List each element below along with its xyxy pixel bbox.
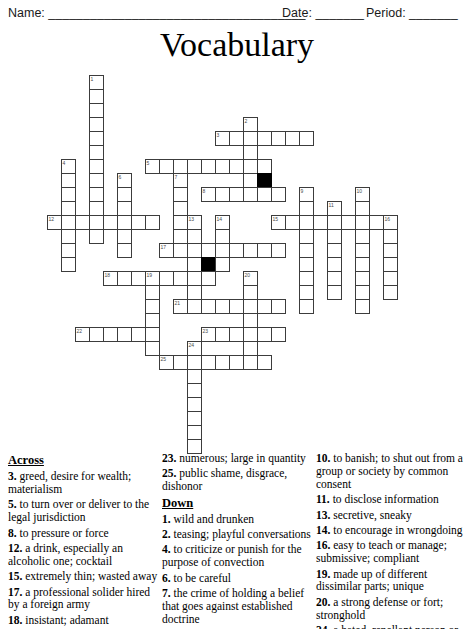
clue-number-label: 16. (316, 539, 330, 551)
grid-cell[interactable] (299, 187, 314, 202)
grid-cell[interactable] (299, 131, 314, 146)
grid-cell[interactable] (201, 327, 216, 342)
grid-cell[interactable] (173, 243, 188, 258)
grid-cell[interactable] (299, 299, 314, 314)
grid-cell[interactable] (187, 411, 202, 426)
clue-5-across: 5. to turn over or deliver to the legal … (8, 498, 158, 524)
clue-number-label: 4. (162, 543, 171, 555)
grid-cell[interactable] (187, 215, 202, 230)
grid-cell[interactable] (159, 159, 174, 174)
grid-cell[interactable] (215, 243, 230, 258)
grid-cell[interactable] (145, 285, 160, 300)
grid-cell[interactable] (89, 201, 104, 216)
grid-cell[interactable] (187, 369, 202, 384)
grid-cell[interactable] (243, 313, 258, 328)
black-cell (257, 173, 272, 188)
clue-14-down: 14. to encourage in wrongdoing (316, 524, 466, 537)
grid-cell[interactable] (159, 355, 174, 370)
page-title: Vocabulary (0, 26, 474, 64)
grid-cell[interactable] (229, 131, 244, 146)
clue-number-label: 13. (316, 509, 330, 521)
grid-cell[interactable] (173, 215, 188, 230)
clue-number-label: 11. (316, 493, 330, 505)
grid-cell[interactable] (243, 131, 258, 146)
clue-number-label: 12. (8, 542, 22, 554)
grid-cell[interactable] (257, 355, 272, 370)
grid-cell[interactable] (215, 327, 230, 342)
grid-cell[interactable] (299, 201, 314, 216)
grid-cell[interactable] (271, 215, 286, 230)
clue-number-label: 14. (316, 524, 330, 536)
clue-number-label: 3. (8, 470, 17, 482)
grid-cell[interactable] (201, 159, 216, 174)
grid-cell[interactable] (355, 215, 370, 230)
grid-cell[interactable] (187, 285, 202, 300)
grid-cell[interactable] (89, 89, 104, 104)
grid-cell[interactable] (215, 299, 230, 314)
grid-cell[interactable] (355, 257, 370, 272)
grid-cell[interactable] (327, 229, 342, 244)
grid-cell[interactable] (243, 117, 258, 132)
grid-cell[interactable] (341, 215, 356, 230)
clue-16-down: 16. easy to teach or manage; submissive;… (316, 539, 466, 565)
clue-6-down: 6. to be careful (162, 572, 312, 585)
grid-cell[interactable] (173, 271, 188, 286)
grid-cell[interactable] (173, 299, 188, 314)
grid-cell[interactable] (383, 285, 398, 300)
clue-number-label: 23. (162, 452, 176, 464)
grid-cell[interactable] (215, 257, 230, 272)
grid-cell[interactable] (131, 271, 146, 286)
across-header: Across (8, 453, 158, 468)
grid-cell[interactable] (229, 299, 244, 314)
clue-3-across: 3. greed, desire for wealth; materialism (8, 470, 158, 496)
grid-cell[interactable] (61, 257, 76, 272)
grid-cell[interactable] (243, 271, 258, 286)
grid-cell[interactable] (299, 257, 314, 272)
grid-cell[interactable] (89, 173, 104, 188)
worksheet-page: Name: __________________________________… (0, 0, 474, 629)
grid-cell[interactable] (201, 271, 216, 286)
grid-cell[interactable] (229, 243, 244, 258)
grid-cell[interactable] (117, 327, 132, 342)
grid-cell[interactable] (355, 271, 370, 286)
grid-cell[interactable] (89, 215, 104, 230)
grid-cell[interactable] (61, 159, 76, 174)
grid-cell[interactable] (173, 173, 188, 188)
name-label: Name: (8, 6, 45, 20)
grid-cell[interactable] (61, 243, 76, 258)
grid-cell[interactable] (243, 299, 258, 314)
grid-cell[interactable] (103, 215, 118, 230)
grid-cell[interactable] (187, 355, 202, 370)
down-header: Down (162, 496, 312, 511)
grid-cell[interactable] (327, 271, 342, 286)
clue-24-down: 24. a hated, repellant person or thing (316, 624, 466, 629)
grid-cell[interactable] (145, 313, 160, 328)
grid-cell[interactable] (103, 327, 118, 342)
grid-cell[interactable] (243, 243, 258, 258)
clue-15-across: 15. extremely thin; wasted away (8, 570, 158, 583)
clue-10-down: 10. to banish; to shut out from a group … (316, 452, 466, 491)
grid-cell[interactable] (47, 215, 62, 230)
grid-cell[interactable] (355, 243, 370, 258)
clue-number-label: 25. (162, 467, 176, 479)
clue-number-label: 20. (316, 596, 330, 608)
grid-cell[interactable] (131, 327, 146, 342)
clue-12-across: 12. a drink, especially an alcoholic one… (8, 542, 158, 568)
clue-number-label: 15. (8, 570, 22, 582)
worksheet-header: Name: __________________________________… (0, 6, 474, 24)
grid-cell[interactable] (89, 327, 104, 342)
grid-cell[interactable] (299, 229, 314, 244)
grid-cell[interactable] (327, 285, 342, 300)
grid-cell[interactable] (159, 243, 174, 258)
clue-number-label: 17. (8, 586, 22, 598)
grid-cell[interactable] (103, 271, 118, 286)
grid-cell[interactable] (117, 187, 132, 202)
grid-cell[interactable] (201, 243, 216, 258)
clue-number-label: 7. (162, 587, 171, 599)
clue-25-across: 25. public shame, disgrace, dishonor (162, 467, 312, 493)
grid-cell[interactable] (173, 355, 188, 370)
grid-cell[interactable] (243, 341, 258, 356)
grid-cell[interactable] (243, 159, 258, 174)
grid-cell[interactable] (117, 215, 132, 230)
clue-number-label: 24. (316, 624, 330, 629)
grid-cell[interactable] (89, 229, 104, 244)
grid-cell[interactable] (355, 201, 370, 216)
grid-cell[interactable] (327, 201, 342, 216)
grid-cell[interactable] (75, 327, 90, 342)
grid-cell[interactable] (187, 243, 202, 258)
clue-19-down: 19. made up of different dissimilar part… (316, 568, 466, 594)
grid-cell[interactable] (117, 243, 132, 258)
grid-cell[interactable] (229, 159, 244, 174)
grid-cell[interactable] (173, 187, 188, 202)
crossword-grid: 1234567891011121314151617181920212223242… (47, 75, 399, 455)
grid-cell[interactable] (243, 355, 258, 370)
grid-cell[interactable] (61, 215, 76, 230)
grid-cell[interactable] (229, 187, 244, 202)
grid-cell[interactable] (243, 173, 258, 188)
grid-cell[interactable] (145, 271, 160, 286)
grid-cell[interactable] (145, 299, 160, 314)
clues-column-1: Across3. greed, desire for wealth; mater… (8, 452, 158, 629)
grid-cell[interactable] (299, 285, 314, 300)
grid-cell[interactable] (61, 187, 76, 202)
grid-cell[interactable] (313, 215, 328, 230)
grid-cell[interactable] (89, 159, 104, 174)
grid-cell[interactable] (285, 215, 300, 230)
grid-cell[interactable] (61, 201, 76, 216)
grid-cell[interactable] (243, 285, 258, 300)
grid-cell[interactable] (327, 257, 342, 272)
date-label: Date: (282, 6, 312, 20)
grid-cell[interactable] (117, 229, 132, 244)
grid-cell[interactable] (215, 215, 230, 230)
grid-cell[interactable] (299, 271, 314, 286)
period-label: Period: (366, 6, 406, 20)
grid-cell[interactable] (173, 229, 188, 244)
grid-cell[interactable] (187, 425, 202, 440)
grid-cell[interactable] (257, 159, 272, 174)
grid-cell[interactable] (61, 173, 76, 188)
grid-cell[interactable] (383, 243, 398, 258)
grid-cell[interactable] (201, 187, 216, 202)
grid-cell[interactable] (145, 327, 160, 342)
grid-cell[interactable] (299, 215, 314, 230)
grid-cell[interactable] (383, 215, 398, 230)
grid-cell[interactable] (187, 341, 202, 356)
grid-cell[interactable] (131, 215, 146, 230)
grid-cell[interactable] (89, 131, 104, 146)
grid-cell[interactable] (355, 285, 370, 300)
grid-cell[interactable] (89, 75, 104, 90)
date-field: Date: _______ (282, 6, 364, 20)
grid-cell[interactable] (117, 173, 132, 188)
grid-cell[interactable] (355, 187, 370, 202)
clue-2-down: 2. teasing; playful conversations (162, 528, 312, 541)
clue-number-label: 8. (8, 527, 17, 539)
black-cell (201, 257, 216, 272)
grid-cell[interactable] (257, 327, 272, 342)
grid-cell[interactable] (215, 159, 230, 174)
grid-cell[interactable] (243, 187, 258, 202)
grid-cell[interactable] (145, 215, 160, 230)
grid-cell[interactable] (187, 257, 202, 272)
grid-cell[interactable] (257, 299, 272, 314)
clue-7-down: 7. the crime of holding a belief that go… (162, 587, 312, 626)
grid-cell[interactable] (285, 131, 300, 146)
clue-20-down: 20. a strong defense or fort; stronghold (316, 596, 466, 622)
grid-cell[interactable] (61, 229, 76, 244)
grid-cell[interactable] (215, 187, 230, 202)
grid-cell[interactable] (215, 229, 230, 244)
grid-cell[interactable] (187, 299, 202, 314)
grid-cell[interactable] (173, 159, 188, 174)
clue-23-across: 23. numerous; large in quantity (162, 452, 312, 465)
grid-cell[interactable] (327, 215, 342, 230)
clues-column-3: 10. to banish; to shut out from a group … (316, 452, 466, 629)
grid-cell[interactable] (327, 243, 342, 258)
name-field: Name: __________________________________… (8, 6, 306, 20)
clue-number-label: 6. (162, 572, 171, 584)
clue-4-down: 4. to criticize or punish for the purpos… (162, 543, 312, 569)
grid-cell[interactable] (89, 187, 104, 202)
grid-cell[interactable] (215, 131, 230, 146)
grid-cell[interactable] (257, 243, 272, 258)
grid-cell[interactable] (271, 187, 286, 202)
grid-cell[interactable] (243, 145, 258, 160)
grid-cell[interactable] (145, 159, 160, 174)
grid-cell[interactable] (117, 201, 132, 216)
clue-8-across: 8. to pressure or force (8, 527, 158, 540)
grid-cell[interactable] (271, 131, 286, 146)
grid-cell[interactable] (257, 187, 272, 202)
grid-cell[interactable] (383, 257, 398, 272)
clue-number-label: 2. (162, 528, 171, 540)
grid-cell[interactable] (187, 397, 202, 412)
clue-number-label: 19. (316, 568, 330, 580)
grid-cell[interactable] (299, 243, 314, 258)
grid-cell[interactable] (201, 299, 216, 314)
grid-cell[interactable] (383, 271, 398, 286)
grid-cell[interactable] (383, 229, 398, 244)
grid-cell[interactable] (89, 103, 104, 118)
grid-cell[interactable] (243, 327, 258, 342)
grid-cell[interactable] (215, 355, 230, 370)
grid-cell[interactable] (117, 271, 132, 286)
clue-number-label: 1. (162, 513, 171, 525)
clue-lists: Across3. greed, desire for wealth; mater… (8, 452, 470, 629)
grid-cell[interactable] (159, 271, 174, 286)
clue-number-label: 5. (8, 498, 17, 510)
clue-11-down: 11. to disclose information (316, 493, 466, 506)
clue-13-down: 13. secretive, sneaky (316, 509, 466, 522)
grid-cell[interactable] (89, 145, 104, 160)
date-blank-line[interactable]: _______ (315, 6, 364, 20)
name-blank-line[interactable]: _____________________________________ (48, 6, 305, 20)
grid-cell[interactable] (187, 383, 202, 398)
clue-17-across: 17. a professional solider hired by a fo… (8, 586, 158, 612)
grid-cell[interactable] (187, 271, 202, 286)
grid-cell[interactable] (187, 159, 202, 174)
clue-number-label: 10. (316, 452, 330, 464)
grid-cell[interactable] (257, 131, 272, 146)
grid-cell[interactable] (89, 117, 104, 132)
clue-number-label: 18. (8, 614, 22, 626)
grid-cell[interactable] (355, 229, 370, 244)
grid-cell[interactable] (187, 229, 202, 244)
grid-cell[interactable] (201, 355, 216, 370)
grid-cell[interactable] (75, 215, 90, 230)
grid-cell[interactable] (355, 299, 370, 314)
clue-18-across: 18. insistant; adamant (8, 614, 158, 627)
grid-cell[interactable] (271, 299, 286, 314)
grid-cell[interactable] (271, 327, 286, 342)
grid-cell[interactable] (173, 201, 188, 216)
grid-cell[interactable] (145, 341, 160, 356)
period-field: Period: _______ (366, 6, 458, 20)
grid-cell[interactable] (229, 355, 244, 370)
grid-cell[interactable] (369, 215, 384, 230)
grid-cell[interactable] (229, 327, 244, 342)
clues-column-2: 23. numerous; large in quantity25. publi… (162, 452, 312, 629)
grid-cell[interactable] (271, 243, 286, 258)
period-blank-line[interactable]: _______ (409, 6, 458, 20)
clue-1-down: 1. wild and drunken (162, 513, 312, 526)
